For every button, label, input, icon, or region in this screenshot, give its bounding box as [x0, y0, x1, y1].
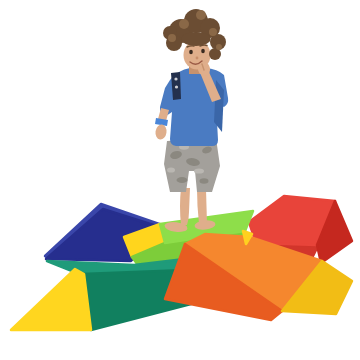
scene-svg: Smiling toddler in a blue t-shirt and gr… — [0, 0, 360, 360]
camo-blob — [200, 178, 209, 184]
camo-blob — [194, 168, 204, 173]
child-right-eye — [201, 49, 205, 53]
camo-blob — [167, 167, 175, 172]
child-left-eye — [189, 50, 193, 54]
hair-fringe — [182, 32, 211, 46]
shirt-button — [174, 77, 177, 80]
child-right-leg — [197, 189, 207, 224]
hair-highlight — [179, 19, 189, 29]
child-nose — [196, 57, 199, 60]
camo-blob — [177, 177, 188, 183]
hair-highlight — [168, 34, 176, 42]
hair-highlight — [196, 10, 206, 20]
hair-highlight — [216, 44, 222, 50]
shirt-button — [175, 85, 178, 88]
product-photo: Smiling toddler in a blue t-shirt and gr… — [0, 0, 360, 360]
hair-highlight — [209, 28, 217, 36]
